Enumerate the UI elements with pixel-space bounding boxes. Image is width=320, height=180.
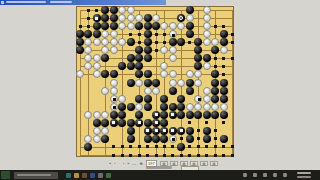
territory-mark-black xyxy=(155,41,158,44)
white-stone xyxy=(220,46,228,54)
white-stone xyxy=(152,87,160,95)
black-stone xyxy=(144,135,152,143)
black-stone xyxy=(93,119,101,127)
territory-mark-black xyxy=(205,145,208,148)
white-stone xyxy=(110,46,118,54)
white-stone xyxy=(110,30,118,38)
white-stone xyxy=(144,87,152,95)
territory-mark-black xyxy=(205,121,208,124)
tool-button-5[interactable]: ▤ xyxy=(200,161,208,166)
black-stone xyxy=(152,79,160,87)
black-stone xyxy=(118,119,126,127)
white-stone xyxy=(93,135,101,143)
black-stone xyxy=(211,95,219,103)
quick-launch-icon[interactable] xyxy=(74,173,79,178)
territory-mark-black xyxy=(163,154,166,157)
territory-mark-black xyxy=(222,145,225,148)
black-stone xyxy=(127,54,135,62)
black-stone xyxy=(118,103,126,111)
territory-mark-black xyxy=(129,33,132,36)
territory-mark-black xyxy=(146,145,149,148)
black-stone xyxy=(127,38,135,46)
window-title-text2 xyxy=(50,1,72,3)
territory-mark-black xyxy=(163,41,166,44)
taskbar-window-label xyxy=(17,174,51,176)
quick-launch-icon[interactable] xyxy=(66,173,71,178)
territory-mark-black xyxy=(214,154,217,157)
white-stone xyxy=(127,22,135,30)
black-stone xyxy=(203,54,211,62)
territory-mark-black xyxy=(171,145,174,148)
black-stone xyxy=(135,95,143,103)
clock-time xyxy=(297,172,311,174)
white-stone xyxy=(169,79,177,87)
white-stone xyxy=(211,103,219,111)
white-stone xyxy=(93,127,101,135)
white-stone xyxy=(203,14,211,22)
territory-mark-black xyxy=(231,41,234,44)
white-stone xyxy=(186,103,194,111)
white-stone xyxy=(220,103,228,111)
territory-mark-black xyxy=(79,25,82,28)
black-stone xyxy=(211,111,219,119)
black-stone xyxy=(177,103,185,111)
dead-white-stone xyxy=(110,95,118,103)
black-stone xyxy=(194,111,202,119)
dead-black-stone xyxy=(169,111,177,119)
tray-icon[interactable] xyxy=(253,173,257,177)
territory-mark-black xyxy=(112,145,115,148)
territory-mark-black xyxy=(129,145,132,148)
black-stone xyxy=(211,87,219,95)
territory-mark-black xyxy=(155,33,158,36)
territory-mark-black xyxy=(214,25,217,28)
territory-mark-black xyxy=(214,137,217,140)
tray-icon[interactable] xyxy=(283,173,287,177)
white-stone xyxy=(203,6,211,14)
taskbar-window-button[interactable] xyxy=(14,172,58,179)
territory-mark-black xyxy=(197,129,200,132)
black-stone xyxy=(220,87,228,95)
black-stone xyxy=(220,135,228,143)
territory-mark-black xyxy=(231,57,234,60)
tray-icon[interactable] xyxy=(243,173,247,177)
white-stone xyxy=(118,95,126,103)
white-stone xyxy=(93,111,101,119)
territory-mark-black xyxy=(87,25,90,28)
dead-black-stone xyxy=(152,119,160,127)
territory-mark-black xyxy=(163,33,166,36)
white-stone xyxy=(127,6,135,14)
black-stone xyxy=(186,127,194,135)
black-stone xyxy=(220,38,228,46)
territory-mark-black xyxy=(163,145,166,148)
black-stone xyxy=(135,111,143,119)
quick-launch-icon[interactable] xyxy=(106,173,111,178)
white-stone xyxy=(135,79,143,87)
territory-mark-black xyxy=(197,145,200,148)
dead-white-stone xyxy=(169,135,177,143)
territory-mark-black xyxy=(214,65,217,68)
territory-mark-black xyxy=(121,154,124,157)
app-icon xyxy=(1,1,4,4)
territory-mark-black xyxy=(188,145,191,148)
black-stone xyxy=(110,111,118,119)
territory-mark-black xyxy=(121,145,124,148)
black-stone xyxy=(211,79,219,87)
black-stone xyxy=(93,30,101,38)
territory-mark-black xyxy=(138,145,141,148)
black-stone xyxy=(118,111,126,119)
dead-black-stone xyxy=(93,14,101,22)
black-stone xyxy=(186,79,194,87)
black-stone xyxy=(144,14,152,22)
black-stone xyxy=(144,54,152,62)
black-stone xyxy=(186,111,194,119)
white-stone xyxy=(177,79,185,87)
black-stone xyxy=(127,103,135,111)
black-stone xyxy=(127,135,135,143)
dead-white-stone xyxy=(110,103,118,111)
dead-black-stone xyxy=(152,127,160,135)
nav-dash-button[interactable]: — xyxy=(132,161,138,166)
dead-black-stone xyxy=(110,119,118,127)
dead-black-stone xyxy=(144,127,152,135)
dead-white-stone xyxy=(169,30,177,38)
black-stone xyxy=(203,135,211,143)
territory-mark-black xyxy=(171,154,174,157)
territory-mark-black xyxy=(214,129,217,132)
black-stone xyxy=(110,14,118,22)
nav-last-button[interactable]: » xyxy=(126,161,130,166)
black-stone xyxy=(203,127,211,135)
territory-mark-black xyxy=(95,9,98,12)
nav-first-button[interactable]: « xyxy=(108,161,112,166)
territory-mark-black xyxy=(138,41,141,44)
window-title-bar[interactable] xyxy=(0,0,166,5)
territory-mark-black xyxy=(129,154,132,157)
territory-mark-black xyxy=(138,154,141,157)
black-stone xyxy=(152,135,160,143)
white-stone xyxy=(127,14,135,22)
territory-mark-black xyxy=(197,137,200,140)
white-stone xyxy=(194,103,202,111)
territory-mark-black xyxy=(155,49,158,52)
black-stone xyxy=(127,119,135,127)
territory-mark-black xyxy=(197,154,200,157)
white-stone xyxy=(110,38,118,46)
white-stone xyxy=(169,22,177,30)
black-stone xyxy=(127,127,135,135)
territory-mark-black xyxy=(222,25,225,28)
white-stone xyxy=(194,79,202,87)
white-stone xyxy=(203,38,211,46)
white-stone xyxy=(135,103,143,111)
white-stone xyxy=(152,14,160,22)
territory-mark-black xyxy=(214,57,217,60)
white-stone xyxy=(110,87,118,95)
territory-mark-black xyxy=(222,57,225,60)
quick-launch-icon[interactable] xyxy=(90,173,95,178)
white-stone xyxy=(203,103,211,111)
black-stone xyxy=(220,30,228,38)
counter-icon: ⊕ xyxy=(139,161,144,166)
black-stone xyxy=(110,22,118,30)
black-stone xyxy=(186,22,194,30)
nav-stop-button[interactable]: · xyxy=(118,161,121,166)
white-stone xyxy=(110,79,118,87)
quick-launch-icon[interactable] xyxy=(98,173,103,178)
black-stone xyxy=(144,103,152,111)
black-stone xyxy=(220,95,228,103)
black-stone xyxy=(220,79,228,87)
dead-white-stone xyxy=(194,95,202,103)
black-stone xyxy=(203,111,211,119)
black-stone xyxy=(186,87,194,95)
territory-mark-black xyxy=(188,154,191,157)
dead-black-stone xyxy=(169,127,177,135)
black-stone xyxy=(144,79,152,87)
territory-mark-black xyxy=(180,137,183,140)
black-stone xyxy=(144,46,152,54)
territory-mark-black xyxy=(231,33,234,36)
black-stone xyxy=(144,30,152,38)
black-stone xyxy=(144,22,152,30)
go-board[interactable] xyxy=(76,6,234,157)
black-stone xyxy=(169,87,177,95)
black-stone xyxy=(93,22,101,30)
black-stone xyxy=(220,111,228,119)
territory-mark-black xyxy=(222,73,225,76)
white-stone xyxy=(203,22,211,30)
territory-mark-black xyxy=(214,145,217,148)
territory-mark-black xyxy=(87,9,90,12)
black-stone xyxy=(144,70,152,78)
quick-launch-icon[interactable] xyxy=(82,173,87,178)
dead-black-stone xyxy=(135,119,143,127)
black-stone xyxy=(169,103,177,111)
nav-forward-button[interactable]: › xyxy=(122,161,125,166)
clock-date xyxy=(297,176,311,178)
start-button[interactable] xyxy=(1,171,10,179)
taskbar xyxy=(0,170,320,180)
black-stone xyxy=(186,30,194,38)
black-stone xyxy=(144,95,152,103)
territory-mark-black xyxy=(155,154,158,157)
nav-back-button[interactable]: ‹ xyxy=(113,161,116,166)
territory-mark-black xyxy=(188,121,191,124)
territory-mark-black xyxy=(222,154,225,157)
territory-mark-black xyxy=(205,154,208,157)
territory-mark-black xyxy=(231,154,234,157)
territory-mark-black xyxy=(112,154,115,157)
desktop: « ‹ · › » — ⊕ 197 ▤ ▤ ▤ ▤ ▤ ▤ xyxy=(0,0,320,180)
black-stone xyxy=(186,6,194,14)
territory-mark-black xyxy=(222,65,225,68)
white-stone xyxy=(203,30,211,38)
white-stone xyxy=(203,95,211,103)
black-stone xyxy=(127,79,135,87)
white-stone xyxy=(101,87,109,95)
territory-mark-black xyxy=(188,41,191,44)
black-stone xyxy=(144,119,152,127)
white-stone xyxy=(203,87,211,95)
territory-mark-black xyxy=(155,145,158,148)
territory-mark-black xyxy=(180,154,183,157)
white-stone xyxy=(186,14,194,22)
tray-icon[interactable] xyxy=(273,173,277,177)
black-stone xyxy=(144,38,152,46)
territory-mark-black xyxy=(138,33,141,36)
tray-icon[interactable] xyxy=(263,173,267,177)
dead-black-stone xyxy=(152,111,160,119)
territory-mark-black xyxy=(222,121,225,124)
black-stone xyxy=(186,135,194,143)
black-stone xyxy=(177,95,185,103)
territory-mark-black xyxy=(146,154,149,157)
tool-button-6[interactable]: ▤ xyxy=(210,161,218,166)
status-text xyxy=(146,166,172,169)
territory-mark-black xyxy=(87,17,90,20)
territory-mark-black xyxy=(231,145,234,148)
black-stone xyxy=(110,6,118,14)
window-title-text xyxy=(6,1,46,3)
